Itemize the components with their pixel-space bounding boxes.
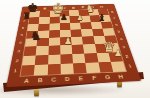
white-pawn-e5[interactable]: ♟ — [64, 37, 72, 46]
white-pawn-h3[interactable]: ♟ — [114, 49, 122, 58]
white-pawn-f7[interactable]: ♟ — [77, 15, 83, 22]
black-rook-a7[interactable]: ♜ — [23, 12, 31, 21]
chess-board-photo: ABCDEFGH ABCDEFGH 87654321 87654321 ♚♚♞♜… — [0, 0, 150, 98]
black-knight-b6[interactable]: ♞ — [31, 30, 42, 42]
white-knight-g8[interactable]: ♞ — [86, 4, 95, 14]
black-bishop-g7[interactable]: ♝ — [98, 13, 107, 23]
pieces-layer: ♚♚♞♜♟♟♝♞♟♛♟ — [0, 0, 150, 98]
black-pawn-e7[interactable]: ♟ — [60, 14, 67, 22]
